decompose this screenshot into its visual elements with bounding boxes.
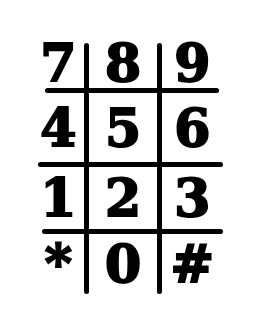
key-7[interactable]: 7	[30, 35, 87, 91]
key-star[interactable]: *	[30, 232, 87, 297]
key-3[interactable]: 3	[160, 165, 226, 232]
key-8[interactable]: 8	[87, 35, 160, 91]
key-1[interactable]: 1	[30, 165, 87, 232]
key-9[interactable]: 9	[160, 35, 226, 91]
key-5[interactable]: 5	[87, 91, 160, 165]
key-0[interactable]: 0	[87, 232, 160, 297]
key-2[interactable]: 2	[87, 165, 160, 232]
key-hash[interactable]: #	[160, 232, 226, 297]
keypad: 7 8 9 4 5 6 1 2 3 * 0 #	[30, 35, 225, 296]
keypad-canvas: 7 8 9 4 5 6 1 2 3 * 0 #	[0, 0, 267, 329]
key-4[interactable]: 4	[30, 91, 87, 165]
key-6[interactable]: 6	[160, 91, 226, 165]
